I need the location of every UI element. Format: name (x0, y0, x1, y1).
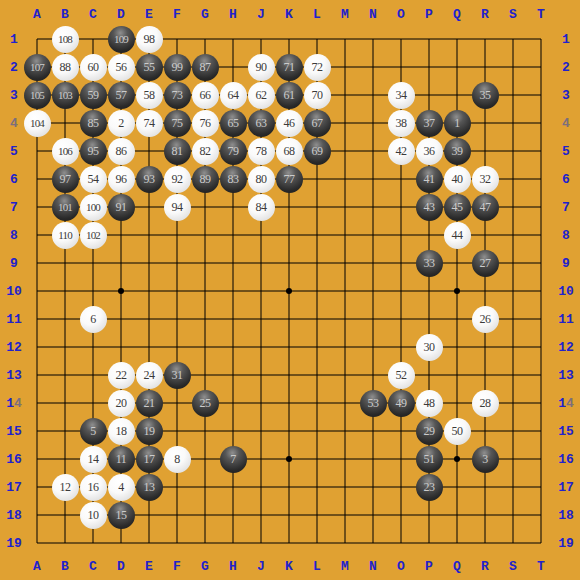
intersection-C6[interactable]: 54 (79, 165, 107, 193)
intersection-R4[interactable] (471, 109, 499, 137)
intersection-Q18[interactable] (443, 501, 471, 529)
intersection-Q16[interactable] (443, 445, 471, 473)
intersection-D19[interactable] (107, 529, 135, 557)
intersection-T16[interactable] (527, 445, 555, 473)
intersection-D9[interactable] (107, 249, 135, 277)
intersection-D17[interactable]: 4 (107, 473, 135, 501)
intersection-D16[interactable]: 11 (107, 445, 135, 473)
intersection-F3[interactable]: 73 (163, 81, 191, 109)
intersection-K15[interactable] (275, 417, 303, 445)
intersection-T6[interactable] (527, 165, 555, 193)
intersection-N6[interactable] (359, 165, 387, 193)
intersection-T19[interactable] (527, 529, 555, 557)
intersection-M7[interactable] (331, 193, 359, 221)
intersection-F2[interactable]: 99 (163, 53, 191, 81)
intersection-F6[interactable]: 92 (163, 165, 191, 193)
intersection-D10[interactable] (107, 277, 135, 305)
intersection-T9[interactable] (527, 249, 555, 277)
intersection-J18[interactable] (247, 501, 275, 529)
intersection-H13[interactable] (219, 361, 247, 389)
intersection-F18[interactable] (163, 501, 191, 529)
intersection-G12[interactable] (191, 333, 219, 361)
intersection-P16[interactable]: 51 (415, 445, 443, 473)
intersection-M12[interactable] (331, 333, 359, 361)
intersection-O17[interactable] (387, 473, 415, 501)
intersection-S9[interactable] (499, 249, 527, 277)
intersection-F14[interactable] (163, 389, 191, 417)
intersection-L15[interactable] (303, 417, 331, 445)
intersection-B5[interactable]: 106 (51, 137, 79, 165)
intersection-P5[interactable]: 36 (415, 137, 443, 165)
intersection-R2[interactable] (471, 53, 499, 81)
intersection-H17[interactable] (219, 473, 247, 501)
intersection-B17[interactable]: 12 (51, 473, 79, 501)
intersection-B1[interactable]: 108 (51, 25, 79, 53)
intersection-K11[interactable] (275, 305, 303, 333)
intersection-L16[interactable] (303, 445, 331, 473)
intersection-N12[interactable] (359, 333, 387, 361)
intersection-B3[interactable]: 103 (51, 81, 79, 109)
intersection-C12[interactable] (79, 333, 107, 361)
intersection-F15[interactable] (163, 417, 191, 445)
intersection-J10[interactable] (247, 277, 275, 305)
intersection-S14[interactable] (499, 389, 527, 417)
intersection-C2[interactable]: 60 (79, 53, 107, 81)
intersection-L1[interactable] (303, 25, 331, 53)
intersection-L12[interactable] (303, 333, 331, 361)
intersection-N10[interactable] (359, 277, 387, 305)
intersection-L3[interactable]: 70 (303, 81, 331, 109)
intersection-S7[interactable] (499, 193, 527, 221)
intersection-C14[interactable] (79, 389, 107, 417)
intersection-P6[interactable]: 41 (415, 165, 443, 193)
intersection-P9[interactable]: 33 (415, 249, 443, 277)
intersection-T2[interactable] (527, 53, 555, 81)
intersection-J4[interactable]: 63 (247, 109, 275, 137)
intersection-M1[interactable] (331, 25, 359, 53)
intersection-O9[interactable] (387, 249, 415, 277)
intersection-O4[interactable]: 38 (387, 109, 415, 137)
intersection-O16[interactable] (387, 445, 415, 473)
intersection-P19[interactable] (415, 529, 443, 557)
intersection-C11[interactable]: 6 (79, 305, 107, 333)
intersection-Q17[interactable] (443, 473, 471, 501)
intersection-K8[interactable] (275, 221, 303, 249)
intersection-F8[interactable] (163, 221, 191, 249)
intersection-B8[interactable]: 110 (51, 221, 79, 249)
intersection-G3[interactable]: 66 (191, 81, 219, 109)
intersection-G17[interactable] (191, 473, 219, 501)
intersection-T13[interactable] (527, 361, 555, 389)
intersection-K3[interactable]: 61 (275, 81, 303, 109)
intersection-B16[interactable] (51, 445, 79, 473)
intersection-T15[interactable] (527, 417, 555, 445)
intersection-K19[interactable] (275, 529, 303, 557)
intersection-L14[interactable] (303, 389, 331, 417)
intersection-K10[interactable] (275, 277, 303, 305)
intersection-E17[interactable]: 13 (135, 473, 163, 501)
intersection-J17[interactable] (247, 473, 275, 501)
intersection-O6[interactable] (387, 165, 415, 193)
intersection-A19[interactable] (23, 529, 51, 557)
intersection-A5[interactable] (23, 137, 51, 165)
intersection-H5[interactable]: 79 (219, 137, 247, 165)
intersection-A13[interactable] (23, 361, 51, 389)
intersection-T4[interactable] (527, 109, 555, 137)
intersection-E1[interactable]: 98 (135, 25, 163, 53)
intersection-J16[interactable] (247, 445, 275, 473)
intersection-C7[interactable]: 100 (79, 193, 107, 221)
intersection-R15[interactable] (471, 417, 499, 445)
intersection-R8[interactable] (471, 221, 499, 249)
intersection-R19[interactable] (471, 529, 499, 557)
intersection-L6[interactable] (303, 165, 331, 193)
intersection-M19[interactable] (331, 529, 359, 557)
intersection-K6[interactable]: 77 (275, 165, 303, 193)
intersection-H3[interactable]: 64 (219, 81, 247, 109)
intersection-S6[interactable] (499, 165, 527, 193)
intersection-O13[interactable]: 52 (387, 361, 415, 389)
intersection-Q11[interactable] (443, 305, 471, 333)
intersection-R18[interactable] (471, 501, 499, 529)
intersection-F9[interactable] (163, 249, 191, 277)
intersection-R10[interactable] (471, 277, 499, 305)
intersection-N1[interactable] (359, 25, 387, 53)
intersection-N15[interactable] (359, 417, 387, 445)
intersection-A18[interactable] (23, 501, 51, 529)
intersection-J8[interactable] (247, 221, 275, 249)
intersection-D13[interactable]: 22 (107, 361, 135, 389)
intersection-K5[interactable]: 68 (275, 137, 303, 165)
intersection-R13[interactable] (471, 361, 499, 389)
intersection-B19[interactable] (51, 529, 79, 557)
intersection-J15[interactable] (247, 417, 275, 445)
intersection-H4[interactable]: 65 (219, 109, 247, 137)
intersection-P17[interactable]: 23 (415, 473, 443, 501)
intersection-O1[interactable] (387, 25, 415, 53)
intersection-F16[interactable]: 8 (163, 445, 191, 473)
intersection-R1[interactable] (471, 25, 499, 53)
intersection-S19[interactable] (499, 529, 527, 557)
intersection-K2[interactable]: 71 (275, 53, 303, 81)
intersection-Q10[interactable] (443, 277, 471, 305)
intersection-E10[interactable] (135, 277, 163, 305)
intersection-M8[interactable] (331, 221, 359, 249)
intersection-K16[interactable] (275, 445, 303, 473)
intersection-D18[interactable]: 15 (107, 501, 135, 529)
intersection-P18[interactable] (415, 501, 443, 529)
intersection-E6[interactable]: 93 (135, 165, 163, 193)
intersection-B7[interactable]: 101 (51, 193, 79, 221)
intersection-P3[interactable] (415, 81, 443, 109)
intersection-O12[interactable] (387, 333, 415, 361)
intersection-R3[interactable]: 35 (471, 81, 499, 109)
intersection-S15[interactable] (499, 417, 527, 445)
intersection-O3[interactable]: 34 (387, 81, 415, 109)
intersection-G18[interactable] (191, 501, 219, 529)
intersection-H10[interactable] (219, 277, 247, 305)
intersection-H2[interactable] (219, 53, 247, 81)
intersection-G11[interactable] (191, 305, 219, 333)
intersection-D6[interactable]: 96 (107, 165, 135, 193)
intersection-C13[interactable] (79, 361, 107, 389)
intersection-G2[interactable]: 87 (191, 53, 219, 81)
intersection-O10[interactable] (387, 277, 415, 305)
intersection-H6[interactable]: 83 (219, 165, 247, 193)
intersection-K4[interactable]: 46 (275, 109, 303, 137)
intersection-R7[interactable]: 47 (471, 193, 499, 221)
intersection-A1[interactable] (23, 25, 51, 53)
intersection-L4[interactable]: 67 (303, 109, 331, 137)
intersection-H15[interactable] (219, 417, 247, 445)
intersection-T11[interactable] (527, 305, 555, 333)
intersection-P14[interactable]: 48 (415, 389, 443, 417)
intersection-T1[interactable] (527, 25, 555, 53)
intersection-F13[interactable]: 31 (163, 361, 191, 389)
intersection-T18[interactable] (527, 501, 555, 529)
intersection-G1[interactable] (191, 25, 219, 53)
intersection-Q12[interactable] (443, 333, 471, 361)
intersection-D4[interactable]: 2 (107, 109, 135, 137)
intersection-E13[interactable]: 24 (135, 361, 163, 389)
intersection-P8[interactable] (415, 221, 443, 249)
intersection-S2[interactable] (499, 53, 527, 81)
intersection-C19[interactable] (79, 529, 107, 557)
go-board[interactable]: 1081099810788605655998790717210510359575… (0, 0, 580, 580)
intersection-O5[interactable]: 42 (387, 137, 415, 165)
intersection-O11[interactable] (387, 305, 415, 333)
intersection-J19[interactable] (247, 529, 275, 557)
intersection-M11[interactable] (331, 305, 359, 333)
intersection-C15[interactable]: 5 (79, 417, 107, 445)
intersection-Q4[interactable]: 1 (443, 109, 471, 137)
intersection-H1[interactable] (219, 25, 247, 53)
intersection-M14[interactable] (331, 389, 359, 417)
intersection-N17[interactable] (359, 473, 387, 501)
intersection-J11[interactable] (247, 305, 275, 333)
intersection-E19[interactable] (135, 529, 163, 557)
intersection-S12[interactable] (499, 333, 527, 361)
intersection-G5[interactable]: 82 (191, 137, 219, 165)
intersection-P11[interactable] (415, 305, 443, 333)
intersection-K17[interactable] (275, 473, 303, 501)
intersection-G7[interactable] (191, 193, 219, 221)
intersection-L9[interactable] (303, 249, 331, 277)
intersection-L18[interactable] (303, 501, 331, 529)
intersection-N8[interactable] (359, 221, 387, 249)
intersection-T17[interactable] (527, 473, 555, 501)
intersection-B14[interactable] (51, 389, 79, 417)
intersection-R6[interactable]: 32 (471, 165, 499, 193)
intersection-M4[interactable] (331, 109, 359, 137)
intersection-C8[interactable]: 102 (79, 221, 107, 249)
intersection-H9[interactable] (219, 249, 247, 277)
intersection-B12[interactable] (51, 333, 79, 361)
intersection-G14[interactable]: 25 (191, 389, 219, 417)
intersection-C3[interactable]: 59 (79, 81, 107, 109)
intersection-J5[interactable]: 78 (247, 137, 275, 165)
intersection-C10[interactable] (79, 277, 107, 305)
intersection-S4[interactable] (499, 109, 527, 137)
intersection-B4[interactable] (51, 109, 79, 137)
intersection-G6[interactable]: 89 (191, 165, 219, 193)
intersection-F12[interactable] (163, 333, 191, 361)
intersection-T12[interactable] (527, 333, 555, 361)
intersection-P2[interactable] (415, 53, 443, 81)
intersection-J2[interactable]: 90 (247, 53, 275, 81)
intersection-D5[interactable]: 86 (107, 137, 135, 165)
intersection-H14[interactable] (219, 389, 247, 417)
intersection-O14[interactable]: 49 (387, 389, 415, 417)
intersection-M6[interactable] (331, 165, 359, 193)
intersection-N5[interactable] (359, 137, 387, 165)
intersection-L10[interactable] (303, 277, 331, 305)
intersection-L17[interactable] (303, 473, 331, 501)
intersection-E5[interactable] (135, 137, 163, 165)
intersection-S17[interactable] (499, 473, 527, 501)
intersection-M10[interactable] (331, 277, 359, 305)
intersection-E12[interactable] (135, 333, 163, 361)
intersection-Q9[interactable] (443, 249, 471, 277)
intersection-S8[interactable] (499, 221, 527, 249)
intersection-K13[interactable] (275, 361, 303, 389)
intersection-K9[interactable] (275, 249, 303, 277)
intersection-M17[interactable] (331, 473, 359, 501)
intersection-K14[interactable] (275, 389, 303, 417)
intersection-F4[interactable]: 75 (163, 109, 191, 137)
intersection-A11[interactable] (23, 305, 51, 333)
intersection-R16[interactable]: 3 (471, 445, 499, 473)
intersection-O19[interactable] (387, 529, 415, 557)
intersection-Q15[interactable]: 50 (443, 417, 471, 445)
intersection-Q1[interactable] (443, 25, 471, 53)
intersection-J6[interactable]: 80 (247, 165, 275, 193)
intersection-S16[interactable] (499, 445, 527, 473)
intersection-D7[interactable]: 91 (107, 193, 135, 221)
intersection-G9[interactable] (191, 249, 219, 277)
intersection-N16[interactable] (359, 445, 387, 473)
intersection-D14[interactable]: 20 (107, 389, 135, 417)
intersection-Q7[interactable]: 45 (443, 193, 471, 221)
intersection-C4[interactable]: 85 (79, 109, 107, 137)
intersection-P10[interactable] (415, 277, 443, 305)
intersection-R17[interactable] (471, 473, 499, 501)
intersection-A3[interactable]: 105 (23, 81, 51, 109)
intersection-S3[interactable] (499, 81, 527, 109)
intersection-E14[interactable]: 21 (135, 389, 163, 417)
intersection-N18[interactable] (359, 501, 387, 529)
intersection-A6[interactable] (23, 165, 51, 193)
intersection-B9[interactable] (51, 249, 79, 277)
intersection-H18[interactable] (219, 501, 247, 529)
intersection-J13[interactable] (247, 361, 275, 389)
intersection-J9[interactable] (247, 249, 275, 277)
intersection-L13[interactable] (303, 361, 331, 389)
intersection-Q2[interactable] (443, 53, 471, 81)
intersection-L8[interactable] (303, 221, 331, 249)
intersection-H19[interactable] (219, 529, 247, 557)
intersection-D3[interactable]: 57 (107, 81, 135, 109)
intersection-J7[interactable]: 84 (247, 193, 275, 221)
intersection-G4[interactable]: 76 (191, 109, 219, 137)
intersection-A2[interactable]: 107 (23, 53, 51, 81)
intersection-G19[interactable] (191, 529, 219, 557)
intersection-P13[interactable] (415, 361, 443, 389)
intersection-N14[interactable]: 53 (359, 389, 387, 417)
intersection-F19[interactable] (163, 529, 191, 557)
intersection-P1[interactable] (415, 25, 443, 53)
intersection-D15[interactable]: 18 (107, 417, 135, 445)
intersection-B18[interactable] (51, 501, 79, 529)
intersection-N4[interactable] (359, 109, 387, 137)
intersection-C9[interactable] (79, 249, 107, 277)
intersection-A8[interactable] (23, 221, 51, 249)
intersection-C18[interactable]: 10 (79, 501, 107, 529)
intersection-P12[interactable]: 30 (415, 333, 443, 361)
intersection-F5[interactable]: 81 (163, 137, 191, 165)
intersection-S18[interactable] (499, 501, 527, 529)
intersection-K7[interactable] (275, 193, 303, 221)
intersection-Q14[interactable] (443, 389, 471, 417)
intersection-H16[interactable]: 7 (219, 445, 247, 473)
intersection-F1[interactable] (163, 25, 191, 53)
intersection-H11[interactable] (219, 305, 247, 333)
intersection-O15[interactable] (387, 417, 415, 445)
intersection-M2[interactable] (331, 53, 359, 81)
intersection-B6[interactable]: 97 (51, 165, 79, 193)
intersection-D8[interactable] (107, 221, 135, 249)
intersection-T5[interactable] (527, 137, 555, 165)
intersection-E11[interactable] (135, 305, 163, 333)
intersection-J3[interactable]: 62 (247, 81, 275, 109)
intersection-Q13[interactable] (443, 361, 471, 389)
intersection-A4[interactable]: 104 (23, 109, 51, 137)
intersection-H12[interactable] (219, 333, 247, 361)
intersection-J14[interactable] (247, 389, 275, 417)
intersection-J1[interactable] (247, 25, 275, 53)
intersection-S13[interactable] (499, 361, 527, 389)
intersection-N19[interactable] (359, 529, 387, 557)
intersection-D1[interactable]: 109 (107, 25, 135, 53)
intersection-E3[interactable]: 58 (135, 81, 163, 109)
intersection-S5[interactable] (499, 137, 527, 165)
intersection-M9[interactable] (331, 249, 359, 277)
intersection-S10[interactable] (499, 277, 527, 305)
intersection-F10[interactable] (163, 277, 191, 305)
intersection-D12[interactable] (107, 333, 135, 361)
intersection-O18[interactable] (387, 501, 415, 529)
intersection-A17[interactable] (23, 473, 51, 501)
intersection-R14[interactable]: 28 (471, 389, 499, 417)
intersection-H8[interactable] (219, 221, 247, 249)
intersection-L5[interactable]: 69 (303, 137, 331, 165)
intersection-E15[interactable]: 19 (135, 417, 163, 445)
intersection-E2[interactable]: 55 (135, 53, 163, 81)
intersection-P4[interactable]: 37 (415, 109, 443, 137)
intersection-A9[interactable] (23, 249, 51, 277)
intersection-C17[interactable]: 16 (79, 473, 107, 501)
intersection-N11[interactable] (359, 305, 387, 333)
intersection-M15[interactable] (331, 417, 359, 445)
intersection-K18[interactable] (275, 501, 303, 529)
intersection-C5[interactable]: 95 (79, 137, 107, 165)
intersection-E8[interactable] (135, 221, 163, 249)
intersection-B15[interactable] (51, 417, 79, 445)
intersection-J12[interactable] (247, 333, 275, 361)
intersection-E16[interactable]: 17 (135, 445, 163, 473)
intersection-L19[interactable] (303, 529, 331, 557)
intersection-Q8[interactable]: 44 (443, 221, 471, 249)
